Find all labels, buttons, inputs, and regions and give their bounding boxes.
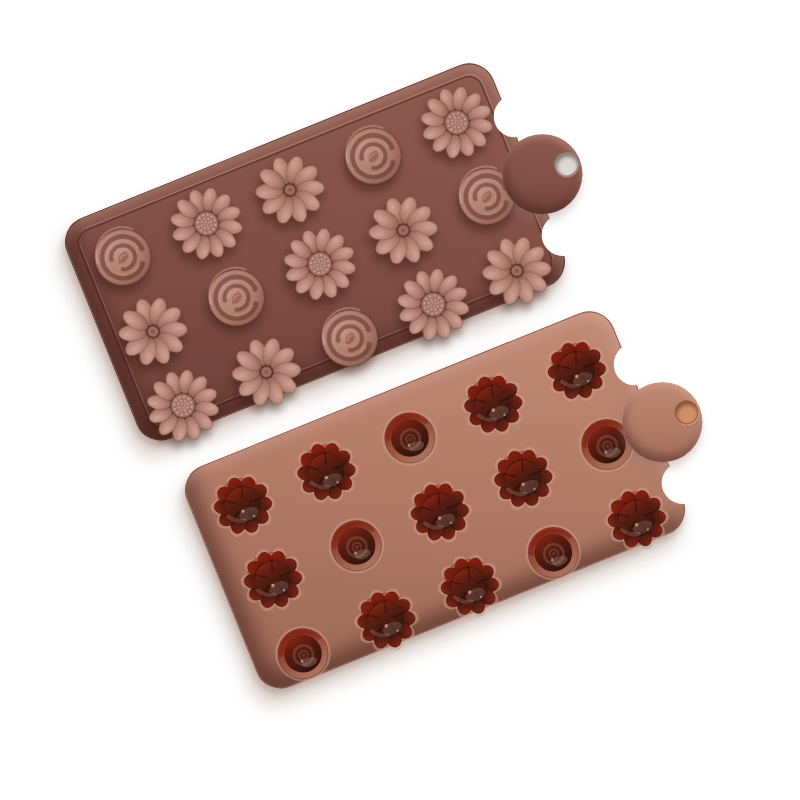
product-photo-background <box>0 0 800 800</box>
hanging-hole <box>550 149 581 180</box>
hanging-hole <box>670 397 701 428</box>
